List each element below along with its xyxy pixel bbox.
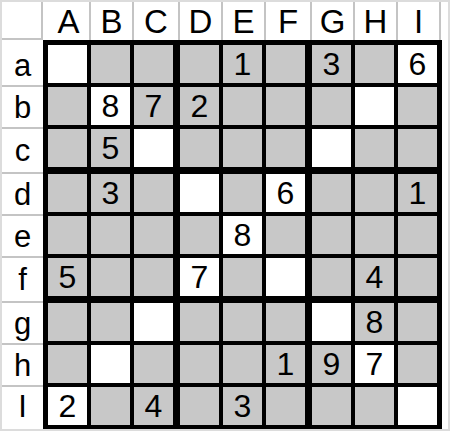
cell-fB[interactable] (91, 258, 130, 296)
board-row-c: 5 (48, 129, 437, 167)
cell-hA[interactable] (48, 345, 87, 383)
column-header-F: F (266, 2, 312, 40)
board-row-f: 574 (48, 258, 437, 296)
cell-eH[interactable] (355, 216, 394, 254)
cell-eI[interactable] (398, 216, 437, 254)
cell-iF[interactable] (266, 387, 305, 425)
cell-eB[interactable] (91, 216, 130, 254)
header-row: ABCDEFGHI (2, 2, 448, 40)
cell-dC[interactable] (134, 174, 173, 212)
cell-cA[interactable] (48, 129, 87, 167)
cell-gI[interactable] (398, 303, 437, 341)
cell-fC[interactable] (134, 258, 173, 296)
cell-bF[interactable] (266, 87, 305, 125)
cell-cG[interactable] (312, 129, 351, 167)
cell-gC[interactable] (134, 303, 173, 341)
cell-eC[interactable] (134, 216, 173, 254)
column-header-B: B (91, 2, 134, 40)
row-label-c: c (2, 129, 43, 174)
cell-bE[interactable] (223, 87, 262, 125)
cell-iD[interactable] (180, 387, 219, 425)
cell-bH[interactable] (355, 87, 394, 125)
cell-gD[interactable] (180, 303, 219, 341)
column-header-H: H (355, 2, 398, 40)
column-header-C: C (134, 2, 180, 40)
board-row-d: 361 (48, 174, 437, 212)
cell-iH[interactable] (355, 387, 394, 425)
cell-hE[interactable] (223, 345, 262, 383)
cell-cB[interactable]: 5 (91, 129, 130, 167)
board-row-a: 136 (48, 45, 437, 83)
cell-dI[interactable]: 1 (398, 174, 437, 212)
board-row-h: 197 (48, 345, 437, 383)
row-label-e: e (2, 216, 43, 258)
cell-bD[interactable]: 2 (180, 87, 219, 125)
cell-dB[interactable]: 3 (91, 174, 130, 212)
cell-aD[interactable] (180, 45, 219, 83)
cell-iI[interactable] (398, 387, 437, 425)
cell-cC[interactable] (134, 129, 173, 167)
cell-iB[interactable] (91, 387, 130, 425)
cell-cD[interactable] (180, 129, 219, 167)
cell-cH[interactable] (355, 129, 394, 167)
column-header-E: E (223, 2, 266, 40)
cell-gG[interactable] (312, 303, 351, 341)
cell-eG[interactable] (312, 216, 351, 254)
row-label-g: g (2, 303, 43, 345)
cell-iC[interactable]: 4 (134, 387, 173, 425)
cell-gA[interactable] (48, 303, 87, 341)
cell-bC[interactable]: 7 (134, 87, 173, 125)
cell-fD[interactable]: 7 (180, 258, 219, 296)
cell-aA[interactable] (48, 45, 87, 83)
cell-iA[interactable]: 2 (48, 387, 87, 425)
cell-dG[interactable] (312, 174, 351, 212)
cell-gB[interactable] (91, 303, 130, 341)
board-row-i: 243 (48, 387, 437, 425)
cell-aE[interactable]: 1 (223, 45, 262, 83)
cell-gH[interactable]: 8 (355, 303, 394, 341)
cell-fF[interactable] (266, 258, 305, 296)
row-labels: abcdefghI (2, 40, 43, 430)
cell-bA[interactable] (48, 87, 87, 125)
cell-hH[interactable]: 7 (355, 345, 394, 383)
cell-fH[interactable]: 4 (355, 258, 394, 296)
cell-hC[interactable] (134, 345, 173, 383)
cell-hG[interactable]: 9 (312, 345, 351, 383)
cell-cF[interactable] (266, 129, 305, 167)
column-header-A: A (48, 2, 91, 40)
cell-hF[interactable]: 1 (266, 345, 305, 383)
board-row-g: 8 (48, 303, 437, 341)
cell-aI[interactable]: 6 (398, 45, 437, 83)
row-label-f: f (2, 258, 43, 303)
cell-dE[interactable] (223, 174, 262, 212)
cell-iG[interactable] (312, 387, 351, 425)
column-header-G: G (312, 2, 355, 40)
cell-dA[interactable] (48, 174, 87, 212)
cell-eF[interactable] (266, 216, 305, 254)
cell-hB[interactable] (91, 345, 130, 383)
cell-fI[interactable] (398, 258, 437, 296)
cell-hI[interactable] (398, 345, 437, 383)
cell-dH[interactable] (355, 174, 394, 212)
corner-cell (2, 2, 43, 40)
grid: 136872536185748197243 (43, 40, 442, 430)
row-label-i: I (2, 387, 43, 425)
cell-bB[interactable]: 8 (91, 87, 130, 125)
column-headers: ABCDEFGHI (43, 2, 441, 40)
cell-dD[interactable] (180, 174, 219, 212)
row-label-d: d (2, 174, 43, 216)
cell-eA[interactable] (48, 216, 87, 254)
cell-dF[interactable]: 6 (266, 174, 305, 212)
row-label-b: b (2, 87, 43, 129)
row-label-a: a (2, 45, 43, 87)
row-label-h: h (2, 345, 43, 387)
cell-fA[interactable]: 5 (48, 258, 87, 296)
cell-aB[interactable] (91, 45, 130, 83)
cell-aH[interactable] (355, 45, 394, 83)
cell-cI[interactable] (398, 129, 437, 167)
column-header-I: I (398, 2, 441, 40)
cell-aG[interactable]: 3 (312, 45, 351, 83)
board-row-b: 872 (48, 87, 437, 125)
column-header-D: D (180, 2, 223, 40)
cell-fE[interactable] (223, 258, 262, 296)
cell-bG[interactable] (312, 87, 351, 125)
cell-iE[interactable]: 3 (223, 387, 262, 425)
cell-gE[interactable] (223, 303, 262, 341)
board-area: abcdefghI 136872536185748197243 (2, 40, 448, 430)
cell-fG[interactable] (312, 258, 351, 296)
sudoku-puzzle: ABCDEFGHI abcdefghI 13687253618574819724… (0, 0, 450, 431)
cell-aC[interactable] (134, 45, 173, 83)
cell-eE[interactable]: 8 (223, 216, 262, 254)
cell-gF[interactable] (266, 303, 305, 341)
cell-aF[interactable] (266, 45, 305, 83)
board-row-e: 8 (48, 216, 437, 254)
cell-eD[interactable] (180, 216, 219, 254)
cell-bI[interactable] (398, 87, 437, 125)
cell-hD[interactable] (180, 345, 219, 383)
cell-cE[interactable] (223, 129, 262, 167)
